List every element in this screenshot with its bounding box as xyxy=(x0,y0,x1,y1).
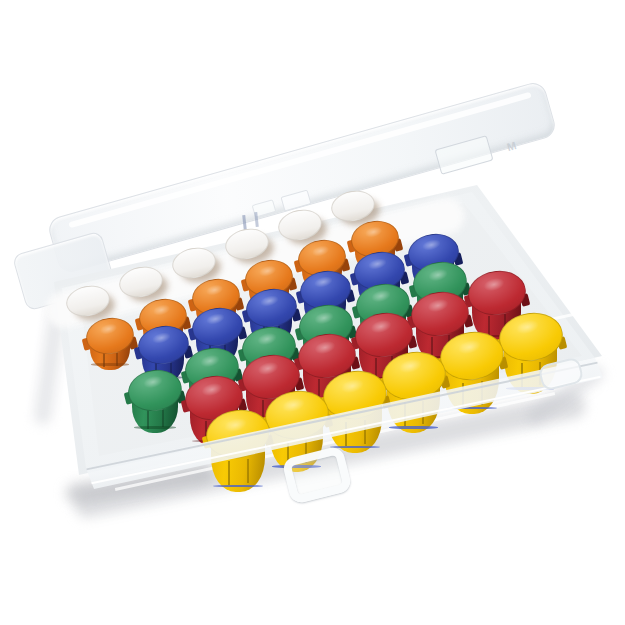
magnet-body-notch-b xyxy=(162,409,164,427)
magnet-ring-line xyxy=(91,363,128,366)
magnet-body-notch-a xyxy=(228,461,230,485)
magnet-body-notch-b xyxy=(247,459,249,483)
magnet-ring-line xyxy=(134,426,176,429)
product-photo-canvas: M xyxy=(0,0,625,625)
magnet-ring-line xyxy=(213,485,262,488)
magnet-ring-line xyxy=(389,426,438,429)
